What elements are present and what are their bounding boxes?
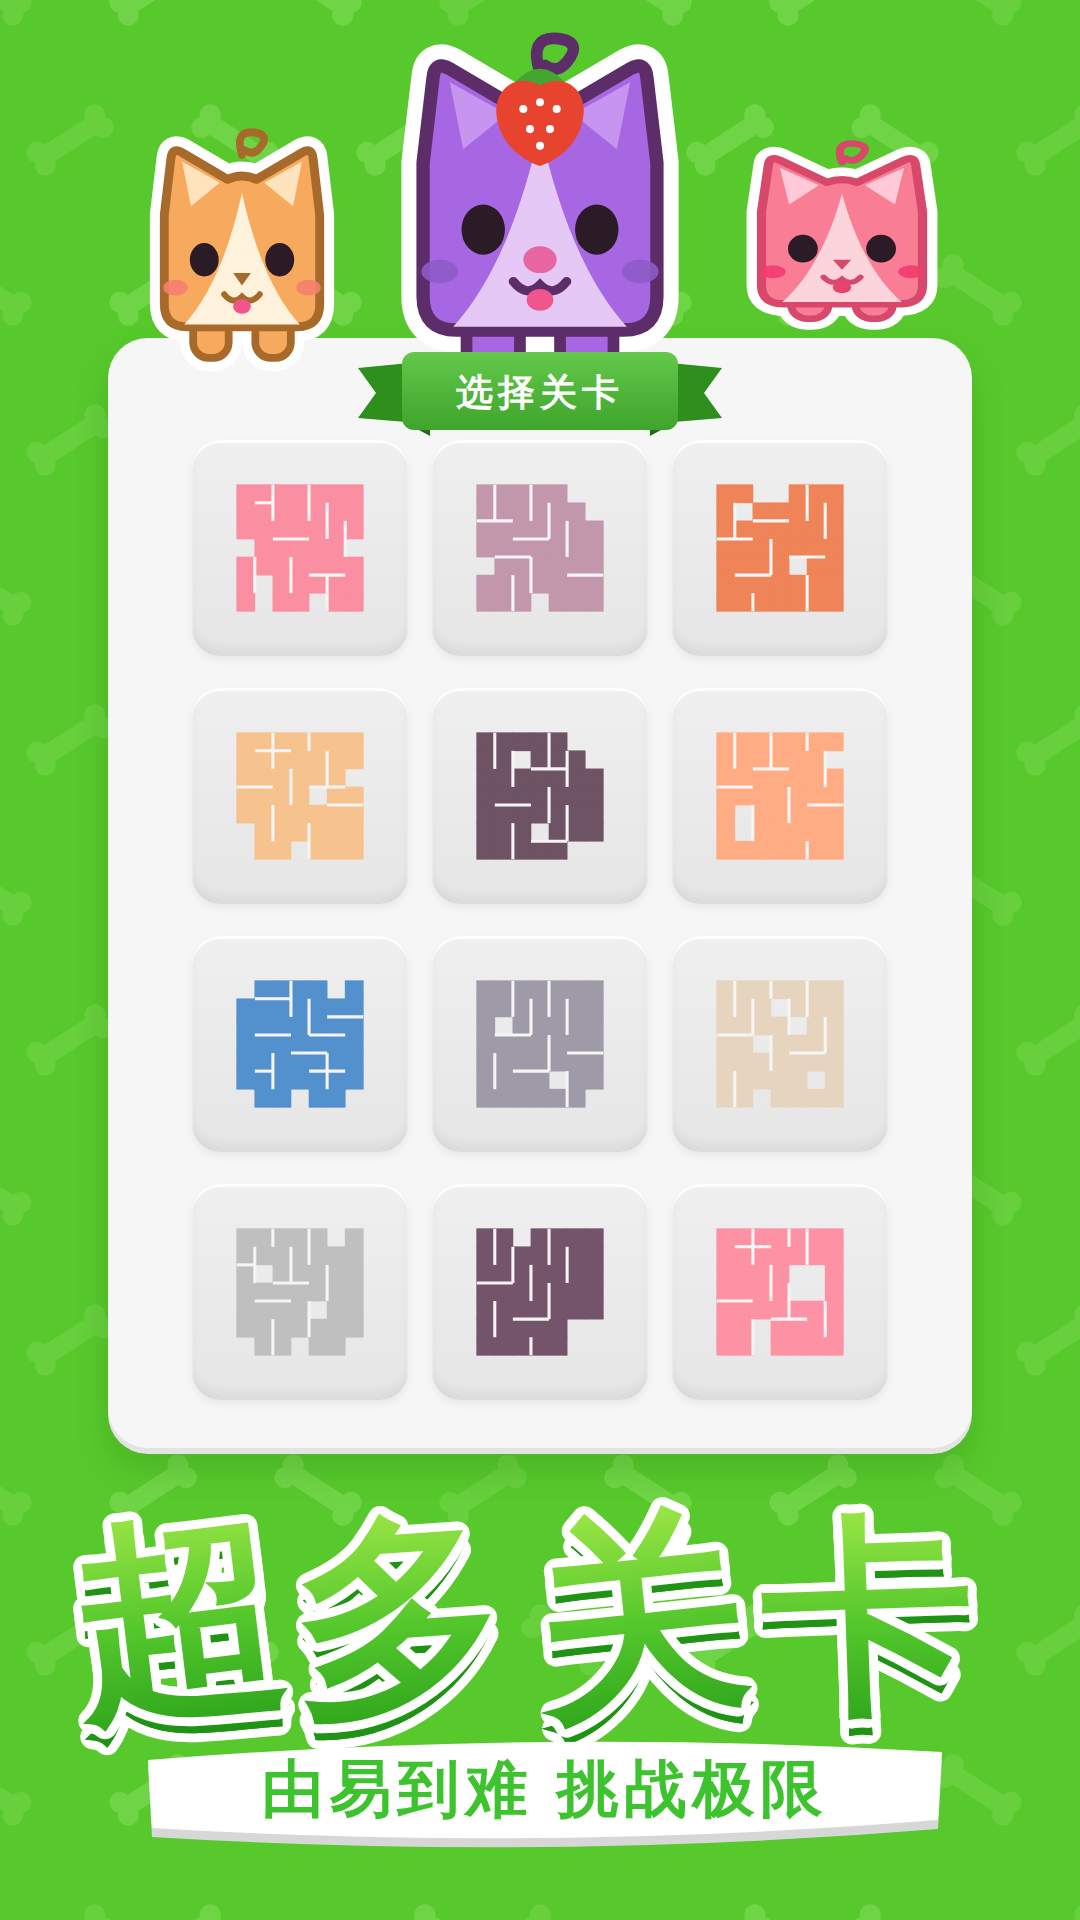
bone-icon <box>0 247 39 333</box>
maze-thumbnail <box>234 978 366 1110</box>
svg-text:超: 超 <box>57 1486 298 1747</box>
panel-title: 选择关卡 <box>455 372 624 413</box>
cat-nose <box>523 246 556 273</box>
maze-thumbnail <box>714 730 846 862</box>
level-tile-2[interactable] <box>432 440 648 656</box>
svg-text:关: 关 <box>519 1488 759 1746</box>
cat-tongue <box>833 281 851 293</box>
orange-cat-mascot <box>131 128 353 368</box>
right-blush <box>622 260 659 283</box>
bone-icon <box>19 697 121 783</box>
bone-icon <box>597 0 699 33</box>
left-eye <box>788 235 818 263</box>
bone-icon <box>1009 1297 1080 1383</box>
level-tile-6[interactable] <box>672 688 888 904</box>
promo-banner: 由易到难 挑战极限 <box>140 1722 950 1852</box>
left-blush <box>163 280 187 296</box>
level-select-panel <box>108 338 972 1448</box>
level-tile-8[interactable] <box>432 936 648 1152</box>
maze-thumbnail <box>714 1226 846 1358</box>
bone-icon <box>102 0 204 33</box>
level-tile-12[interactable] <box>672 1184 888 1400</box>
left-eye <box>190 243 219 276</box>
bone-icon <box>19 397 121 483</box>
level-tile-5[interactable] <box>432 688 648 904</box>
bone-icon <box>184 1897 286 1920</box>
maze-thumbnail <box>474 1226 606 1358</box>
level-tile-10[interactable] <box>192 1184 408 1400</box>
bone-icon <box>1009 97 1080 183</box>
pink-cat-mascot <box>727 140 957 338</box>
level-tile-4[interactable] <box>192 688 408 904</box>
left-eye <box>462 204 505 254</box>
bone-icon <box>514 1897 616 1920</box>
cat-tongue <box>233 299 251 314</box>
bone-icon <box>19 97 121 183</box>
maze-thumbnail <box>474 482 606 614</box>
maze-thumbnail <box>234 730 366 862</box>
maze-thumbnail <box>234 482 366 614</box>
promo-headline: 超 超 超 多 多 多 关 关 关 卡 卡 卡 <box>0 1448 1080 1768</box>
bone-icon <box>844 1897 946 1920</box>
bone-icon <box>1009 997 1080 1083</box>
maze-thumbnail <box>714 978 846 1110</box>
bone-icon <box>432 0 534 33</box>
fur-curl <box>840 144 865 163</box>
purple-cat-mascot <box>373 32 707 392</box>
maze-thumbnail <box>474 730 606 862</box>
bone-icon <box>19 1297 121 1383</box>
cat-tongue <box>527 289 554 311</box>
level-tile-3[interactable] <box>672 440 888 656</box>
bone-icon <box>679 1897 781 1920</box>
headline-char: 卡 卡 卡 <box>757 1494 979 1754</box>
level-tile-11[interactable] <box>432 1184 648 1400</box>
fur-curl <box>240 132 264 155</box>
bone-icon <box>0 547 39 633</box>
panel-title-ribbon: 选择关卡 <box>350 348 730 444</box>
bone-icon <box>1009 397 1080 483</box>
bone-icon <box>0 1147 39 1233</box>
right-eye <box>575 204 618 254</box>
headline-char: 多 多 多 <box>284 1491 513 1758</box>
maze-thumbnail <box>714 482 846 614</box>
svg-text:卡: 卡 <box>757 1494 978 1738</box>
right-blush <box>296 280 320 296</box>
headline-char: 关 关 关 <box>519 1488 760 1762</box>
bone-icon <box>267 0 369 33</box>
right-blush <box>898 265 923 278</box>
left-blush <box>421 260 458 283</box>
bone-icon <box>19 1897 121 1920</box>
bone-icon <box>19 997 121 1083</box>
maze-thumbnail <box>474 978 606 1110</box>
level-tile-9[interactable] <box>672 936 888 1152</box>
right-eye <box>866 235 896 263</box>
right-eye <box>265 243 294 276</box>
fur-curl <box>537 38 574 72</box>
bone-icon <box>349 1897 451 1920</box>
bone-icon <box>0 0 39 33</box>
left-blush <box>760 265 785 278</box>
bone-icon <box>0 847 39 933</box>
level-tile-1[interactable] <box>192 440 408 656</box>
bone-icon <box>1009 1897 1080 1920</box>
bone-icon <box>1009 697 1080 783</box>
bone-icon <box>762 0 864 33</box>
svg-text:多: 多 <box>284 1491 512 1742</box>
maze-thumbnail <box>234 1226 366 1358</box>
level-tile-7[interactable] <box>192 936 408 1152</box>
promo-banner-text: 由易到难 挑战极限 <box>261 1754 828 1823</box>
level-grid <box>192 440 888 1400</box>
bone-icon <box>927 0 1029 33</box>
